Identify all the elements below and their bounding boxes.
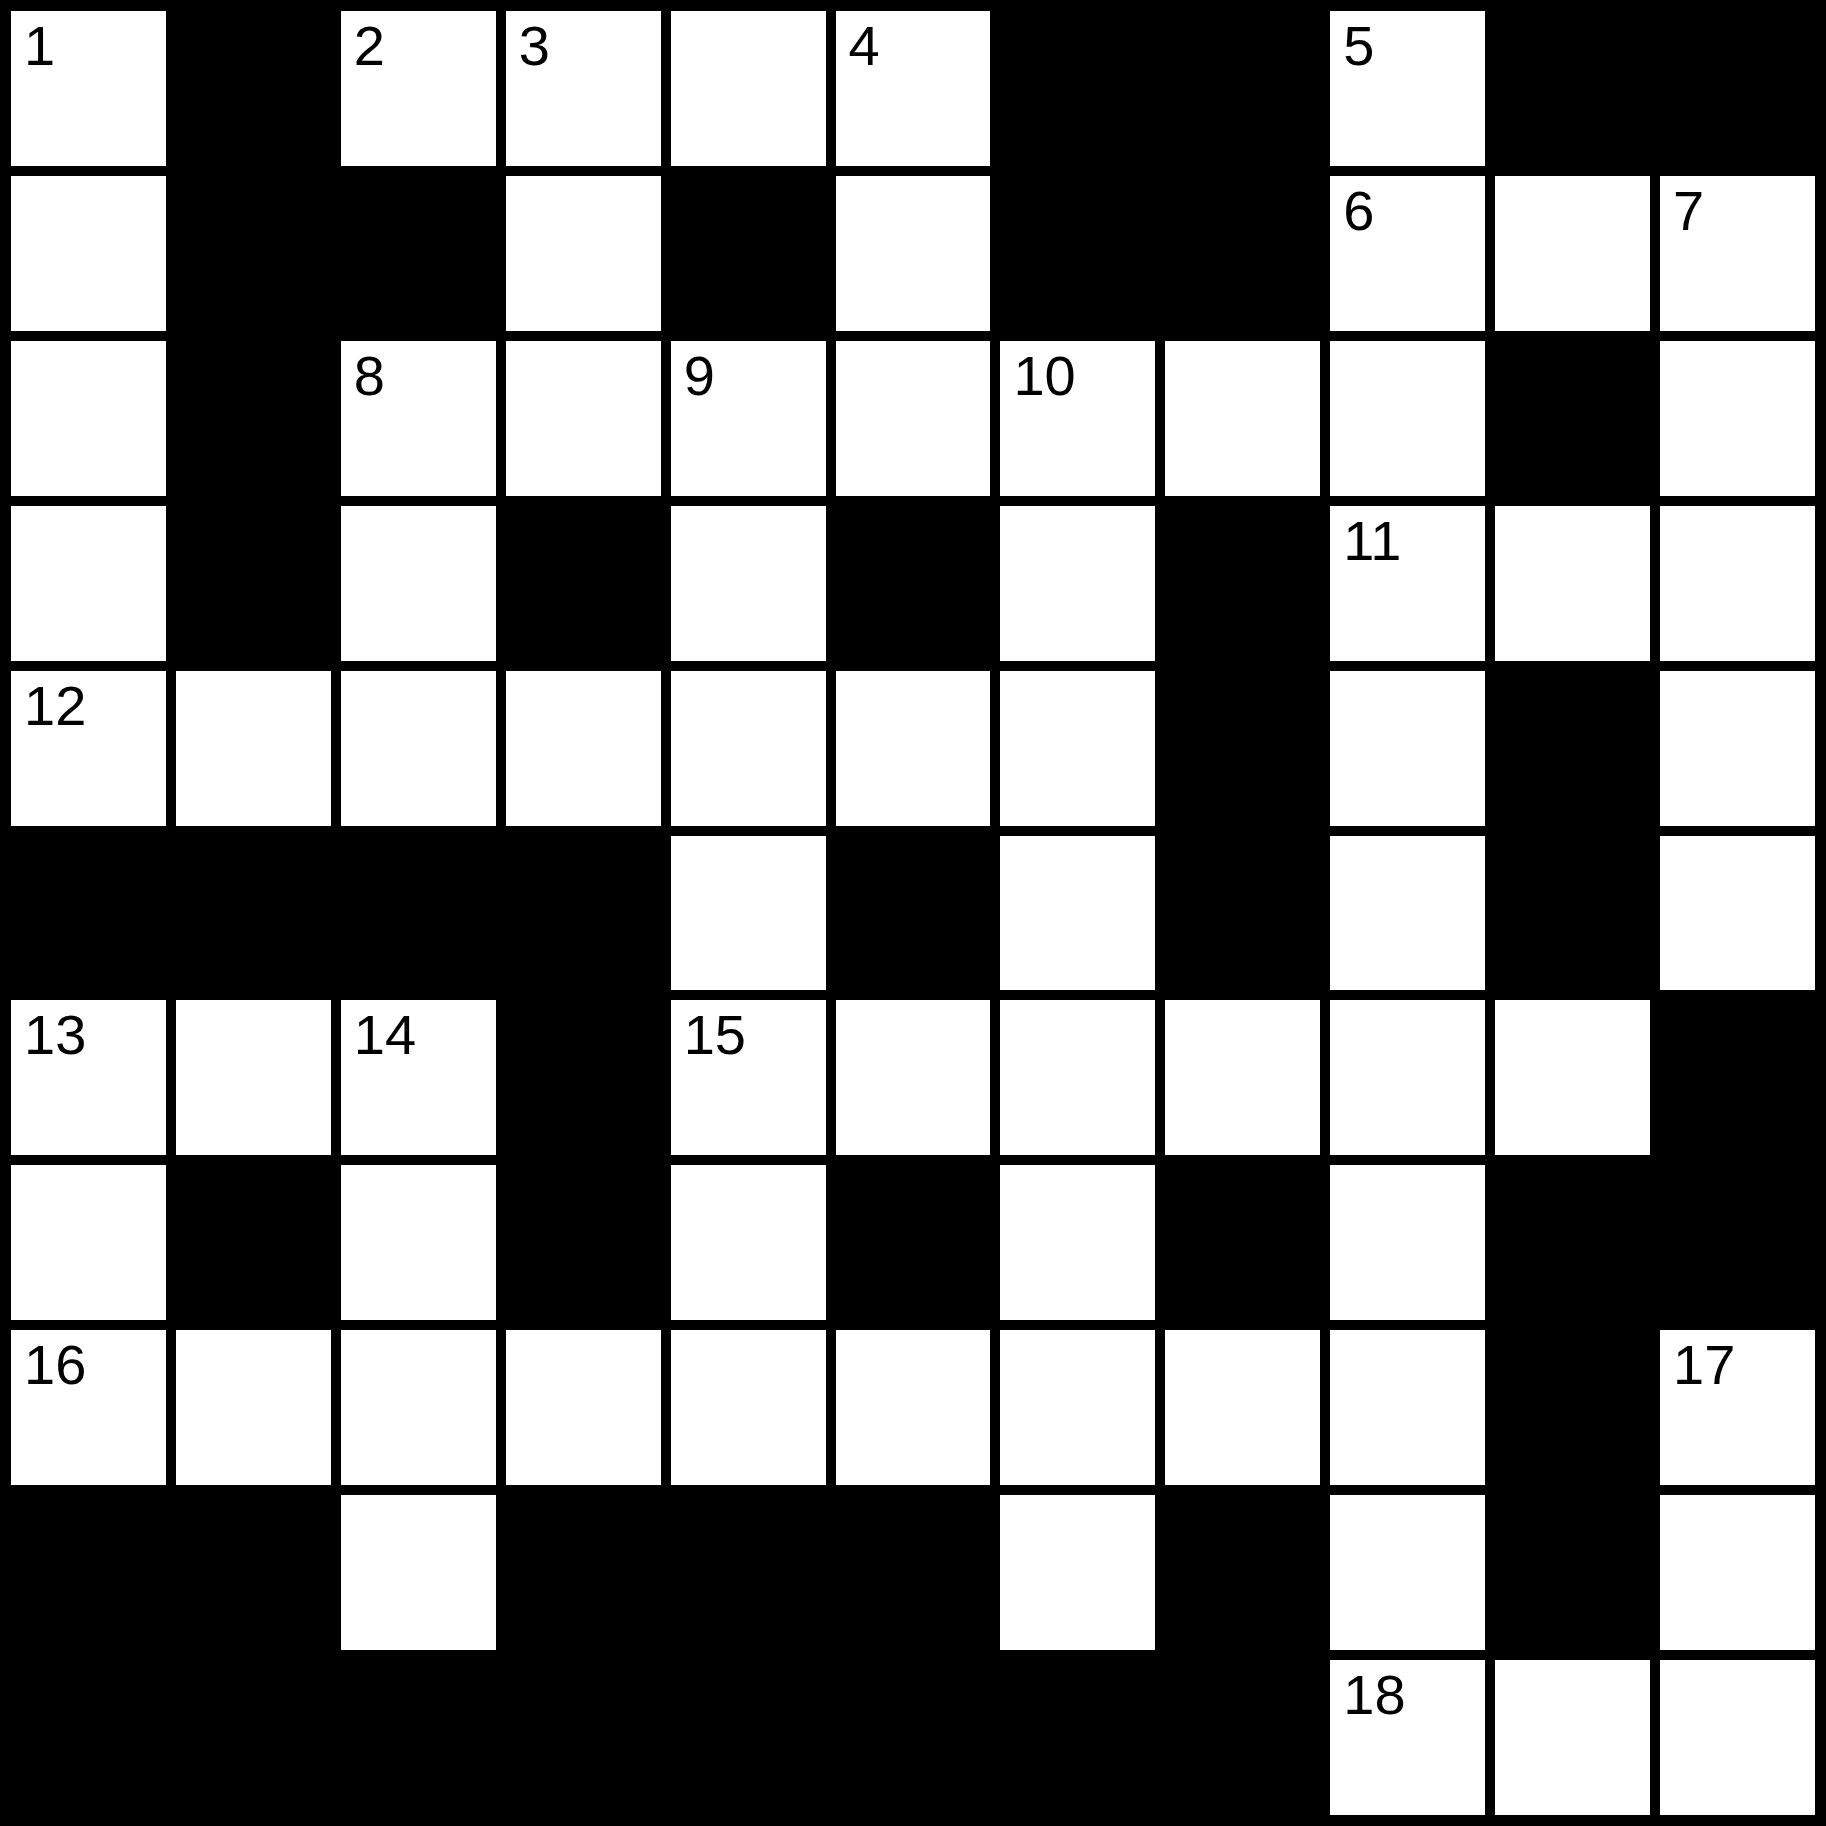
white-cell-r3c8[interactable]: 11 <box>1325 501 1490 666</box>
white-cell-r6c5[interactable] <box>831 995 996 1160</box>
white-cell-r6c8[interactable] <box>1325 995 1490 1160</box>
clue-number-2: 2 <box>354 18 385 74</box>
black-cell-r7c3 <box>501 1160 666 1325</box>
white-cell-r8c0[interactable]: 16 <box>6 1325 171 1490</box>
black-cell-r10c3 <box>501 1655 666 1820</box>
clue-number-10: 10 <box>1013 348 1075 404</box>
white-cell-r4c6[interactable] <box>995 666 1160 831</box>
white-cell-r2c3[interactable] <box>501 336 666 501</box>
white-cell-r8c6[interactable] <box>995 1325 1160 1490</box>
white-cell-r8c4[interactable] <box>666 1325 831 1490</box>
black-cell-r3c5 <box>831 501 996 666</box>
white-cell-r4c8[interactable] <box>1325 666 1490 831</box>
white-cell-r6c6[interactable] <box>995 995 1160 1160</box>
white-cell-r7c4[interactable] <box>666 1160 831 1325</box>
clue-number-9: 9 <box>684 348 715 404</box>
white-cell-r2c6[interactable]: 10 <box>995 336 1160 501</box>
black-cell-r7c10 <box>1655 1160 1820 1325</box>
white-cell-r3c9[interactable] <box>1490 501 1655 666</box>
white-cell-r4c10[interactable] <box>1655 666 1820 831</box>
white-cell-r1c0[interactable] <box>6 171 171 336</box>
white-cell-r0c5[interactable]: 4 <box>831 6 996 171</box>
black-cell-r10c5 <box>831 1655 996 1820</box>
white-cell-r4c4[interactable] <box>666 666 831 831</box>
black-cell-r3c3 <box>501 501 666 666</box>
black-cell-r1c6 <box>995 171 1160 336</box>
black-cell-r10c6 <box>995 1655 1160 1820</box>
clue-number-11: 11 <box>1343 513 1401 569</box>
crossword-board: 123456789101112131415161718 <box>0 0 1826 1826</box>
black-cell-r1c1 <box>171 171 336 336</box>
black-cell-r0c9 <box>1490 6 1655 171</box>
white-cell-r3c10[interactable] <box>1655 501 1820 666</box>
black-cell-r7c7 <box>1160 1160 1325 1325</box>
white-cell-r6c7[interactable] <box>1160 995 1325 1160</box>
black-cell-r9c1 <box>171 1490 336 1655</box>
white-cell-r3c0[interactable] <box>6 501 171 666</box>
white-cell-r8c2[interactable] <box>336 1325 501 1490</box>
black-cell-r2c9 <box>1490 336 1655 501</box>
black-cell-r10c2 <box>336 1655 501 1820</box>
white-cell-r8c5[interactable] <box>831 1325 996 1490</box>
white-cell-r3c4[interactable] <box>666 501 831 666</box>
white-cell-r6c9[interactable] <box>1490 995 1655 1160</box>
white-cell-r0c8[interactable]: 5 <box>1325 6 1490 171</box>
black-cell-r9c4 <box>666 1490 831 1655</box>
black-cell-r5c2 <box>336 831 501 996</box>
white-cell-r9c6[interactable] <box>995 1490 1160 1655</box>
black-cell-r5c7 <box>1160 831 1325 996</box>
black-cell-r0c1 <box>171 6 336 171</box>
clue-number-7: 7 <box>1673 183 1704 239</box>
black-cell-r10c1 <box>171 1655 336 1820</box>
black-cell-r9c0 <box>6 1490 171 1655</box>
clue-number-18: 18 <box>1343 1667 1405 1723</box>
black-cell-r7c9 <box>1490 1160 1655 1325</box>
white-cell-r3c6[interactable] <box>995 501 1160 666</box>
white-cell-r9c10[interactable] <box>1655 1490 1820 1655</box>
white-cell-r1c9[interactable] <box>1490 171 1655 336</box>
white-cell-r7c6[interactable] <box>995 1160 1160 1325</box>
white-cell-r5c8[interactable] <box>1325 831 1490 996</box>
white-cell-r5c4[interactable] <box>666 831 831 996</box>
black-cell-r4c9 <box>1490 666 1655 831</box>
white-cell-r1c3[interactable] <box>501 171 666 336</box>
white-cell-r2c2[interactable]: 8 <box>336 336 501 501</box>
white-cell-r2c4[interactable]: 9 <box>666 336 831 501</box>
black-cell-r4c7 <box>1160 666 1325 831</box>
black-cell-r5c5 <box>831 831 996 996</box>
white-cell-r0c3[interactable]: 3 <box>501 6 666 171</box>
white-cell-r6c1[interactable] <box>171 995 336 1160</box>
black-cell-r2c1 <box>171 336 336 501</box>
white-cell-r0c2[interactable]: 2 <box>336 6 501 171</box>
black-cell-r0c6 <box>995 6 1160 171</box>
clue-number-6: 6 <box>1343 183 1374 239</box>
white-cell-r4c0[interactable]: 12 <box>6 666 171 831</box>
black-cell-r10c4 <box>666 1655 831 1820</box>
clue-number-12: 12 <box>24 678 86 734</box>
clue-number-8: 8 <box>354 348 385 404</box>
black-cell-r5c1 <box>171 831 336 996</box>
black-cell-r7c5 <box>831 1160 996 1325</box>
white-cell-r7c0[interactable] <box>6 1160 171 1325</box>
white-cell-r4c3[interactable] <box>501 666 666 831</box>
white-cell-r4c2[interactable] <box>336 666 501 831</box>
white-cell-r9c2[interactable] <box>336 1490 501 1655</box>
white-cell-r4c5[interactable] <box>831 666 996 831</box>
white-cell-r2c10[interactable] <box>1655 336 1820 501</box>
black-cell-r3c7 <box>1160 501 1325 666</box>
black-cell-r1c4 <box>666 171 831 336</box>
white-cell-r1c8[interactable]: 6 <box>1325 171 1490 336</box>
black-cell-r9c7 <box>1160 1490 1325 1655</box>
white-cell-r8c7[interactable] <box>1160 1325 1325 1490</box>
white-cell-r1c10[interactable]: 7 <box>1655 171 1820 336</box>
clue-number-3: 3 <box>519 18 550 74</box>
black-cell-r1c2 <box>336 171 501 336</box>
white-cell-r10c10[interactable] <box>1655 1655 1820 1820</box>
white-cell-r10c8[interactable]: 18 <box>1325 1655 1490 1820</box>
white-cell-r5c6[interactable] <box>995 831 1160 996</box>
white-cell-r7c2[interactable] <box>336 1160 501 1325</box>
clue-number-16: 16 <box>24 1337 86 1393</box>
white-cell-r7c8[interactable] <box>1325 1160 1490 1325</box>
white-cell-r8c10[interactable]: 17 <box>1655 1325 1820 1490</box>
clue-number-15: 15 <box>684 1007 746 1063</box>
black-cell-r3c1 <box>171 501 336 666</box>
white-cell-r4c1[interactable] <box>171 666 336 831</box>
black-cell-r10c0 <box>6 1655 171 1820</box>
white-cell-r9c8[interactable] <box>1325 1490 1490 1655</box>
white-cell-r6c0[interactable]: 13 <box>6 995 171 1160</box>
black-cell-r9c5 <box>831 1490 996 1655</box>
white-cell-r6c2[interactable]: 14 <box>336 995 501 1160</box>
black-cell-r0c7 <box>1160 6 1325 171</box>
black-cell-r5c3 <box>501 831 666 996</box>
black-cell-r5c0 <box>6 831 171 996</box>
white-cell-r2c8[interactable] <box>1325 336 1490 501</box>
black-cell-r8c9 <box>1490 1325 1655 1490</box>
clue-number-13: 13 <box>24 1007 86 1063</box>
white-cell-r5c10[interactable] <box>1655 831 1820 996</box>
clue-number-14: 14 <box>354 1007 416 1063</box>
clue-number-17: 17 <box>1673 1337 1735 1393</box>
black-cell-r9c3 <box>501 1490 666 1655</box>
white-cell-r0c4[interactable] <box>666 6 831 171</box>
black-cell-r6c10 <box>1655 995 1820 1160</box>
clue-number-1: 1 <box>24 18 55 74</box>
white-cell-r2c0[interactable] <box>6 336 171 501</box>
white-cell-r8c8[interactable] <box>1325 1325 1490 1490</box>
black-cell-r10c7 <box>1160 1655 1325 1820</box>
black-cell-r1c7 <box>1160 171 1325 336</box>
white-cell-r6c4[interactable]: 15 <box>666 995 831 1160</box>
black-cell-r9c9 <box>1490 1490 1655 1655</box>
black-cell-r6c3 <box>501 995 666 1160</box>
black-cell-r5c9 <box>1490 831 1655 996</box>
white-cell-r3c2[interactable] <box>336 501 501 666</box>
clue-number-5: 5 <box>1343 18 1374 74</box>
white-cell-r1c5[interactable] <box>831 171 996 336</box>
white-cell-r0c0[interactable]: 1 <box>6 6 171 171</box>
white-cell-r8c1[interactable] <box>171 1325 336 1490</box>
white-cell-r10c9[interactable] <box>1490 1655 1655 1820</box>
white-cell-r2c5[interactable] <box>831 336 996 501</box>
white-cell-r2c7[interactable] <box>1160 336 1325 501</box>
black-cell-r0c10 <box>1655 6 1820 171</box>
black-cell-r7c1 <box>171 1160 336 1325</box>
white-cell-r8c3[interactable] <box>501 1325 666 1490</box>
clue-number-4: 4 <box>849 18 880 74</box>
